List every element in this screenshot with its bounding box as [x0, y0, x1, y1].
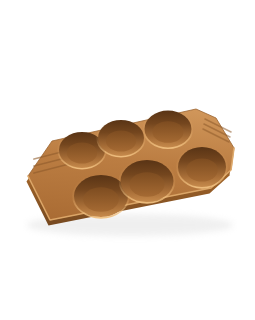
muffin-cup-back-2 [97, 119, 145, 156]
muffin-cup-front-3 [177, 146, 227, 188]
muffin-cup-back-3 [144, 110, 193, 148]
screenshot-canvas [0, 0, 255, 320]
muffin-cup-front-2 [120, 159, 175, 203]
muffin-pan-illustration [0, 0, 255, 320]
muffin-pan-product-photo [0, 0, 255, 320]
